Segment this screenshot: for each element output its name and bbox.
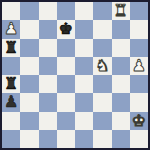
square-b3[interactable] [20,93,38,111]
square-c2[interactable] [39,112,57,130]
white-rook[interactable]: ♜ [113,3,127,19]
square-g3[interactable] [112,93,130,111]
chess-board: ♜♟♚♜♞♟♜♟♚ [2,2,148,148]
square-h5[interactable]: ♟ [130,57,148,75]
square-f5[interactable]: ♞ [93,57,111,75]
square-a7[interactable]: ♟ [2,20,20,38]
square-b6[interactable] [20,39,38,57]
square-a8[interactable] [2,2,20,20]
square-c7[interactable] [39,20,57,38]
square-f4[interactable] [93,75,111,93]
square-b1[interactable] [20,130,38,148]
square-e6[interactable] [75,39,93,57]
white-pawn[interactable]: ♟ [4,21,18,37]
square-a4[interactable]: ♜ [2,75,20,93]
square-e1[interactable] [75,130,93,148]
square-g5[interactable] [112,57,130,75]
square-h4[interactable] [130,75,148,93]
square-c4[interactable] [39,75,57,93]
square-a3[interactable]: ♟ [2,93,20,111]
square-e2[interactable] [75,112,93,130]
chess-board-frame: ♜♟♚♜♞♟♜♟♚ [0,0,150,150]
white-knight[interactable]: ♞ [95,57,109,73]
square-f2[interactable] [93,112,111,130]
square-f6[interactable] [93,39,111,57]
square-g1[interactable] [112,130,130,148]
square-d1[interactable] [57,130,75,148]
square-b2[interactable] [20,112,38,130]
square-c3[interactable] [39,93,57,111]
square-d8[interactable] [57,2,75,20]
square-e8[interactable] [75,2,93,20]
square-a5[interactable] [2,57,20,75]
black-rook[interactable]: ♜ [4,39,18,55]
square-g8[interactable]: ♜ [112,2,130,20]
square-d2[interactable] [57,112,75,130]
white-pawn[interactable]: ♟ [132,57,146,73]
square-f1[interactable] [93,130,111,148]
square-f3[interactable] [93,93,111,111]
square-d7[interactable]: ♚ [57,20,75,38]
square-b5[interactable] [20,57,38,75]
square-h7[interactable] [130,20,148,38]
square-d6[interactable] [57,39,75,57]
square-f7[interactable] [93,20,111,38]
square-h3[interactable] [130,93,148,111]
square-h6[interactable] [130,39,148,57]
square-c1[interactable] [39,130,57,148]
square-a1[interactable] [2,130,20,148]
square-g2[interactable] [112,112,130,130]
black-rook[interactable]: ♜ [4,76,18,92]
square-h2[interactable]: ♚ [130,112,148,130]
square-e5[interactable] [75,57,93,75]
square-b7[interactable] [20,20,38,38]
square-g7[interactable] [112,20,130,38]
square-e4[interactable] [75,75,93,93]
square-c8[interactable] [39,2,57,20]
white-king[interactable]: ♚ [132,112,146,128]
square-b8[interactable] [20,2,38,20]
square-f8[interactable] [93,2,111,20]
square-c6[interactable] [39,39,57,57]
square-a2[interactable] [2,112,20,130]
square-c5[interactable] [39,57,57,75]
black-king[interactable]: ♚ [59,21,73,37]
square-e3[interactable] [75,93,93,111]
square-h1[interactable] [130,130,148,148]
square-h8[interactable] [130,2,148,20]
black-pawn[interactable]: ♟ [4,94,18,110]
square-e7[interactable] [75,20,93,38]
square-a6[interactable]: ♜ [2,39,20,57]
square-b4[interactable] [20,75,38,93]
square-d3[interactable] [57,93,75,111]
square-g4[interactable] [112,75,130,93]
square-g6[interactable] [112,39,130,57]
square-d4[interactable] [57,75,75,93]
square-d5[interactable] [57,57,75,75]
